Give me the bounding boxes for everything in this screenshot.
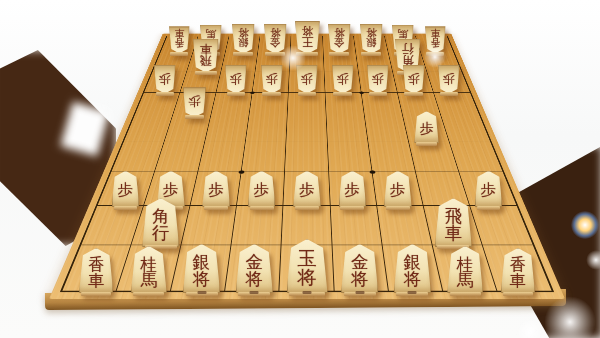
piece-face: 銀将 [183,244,220,293]
hoshi-dot [359,92,364,94]
piece-sente-P[interactable]: 歩 [384,171,412,208]
piece-base [426,52,444,56]
piece-face: 歩 [183,87,206,117]
piece-sente-P[interactable]: 歩 [475,171,503,208]
grid-cell[interactable] [246,116,288,142]
piece-face: 銀将 [232,24,255,54]
piece-base [156,92,175,96]
piece-gote-P[interactable]: 歩 [403,65,425,94]
piece-gote-R[interactable]: 飛車 [193,39,219,73]
piece-face: 歩 [293,171,321,208]
piece-base [250,206,274,210]
piece-gote-P[interactable]: 歩 [367,65,389,94]
grid-cell[interactable] [441,116,490,142]
piece-base [440,92,459,96]
grid-cell[interactable] [434,93,480,116]
piece-sente-P[interactable]: 歩 [293,171,321,208]
piece-face: 王将 [295,21,320,54]
piece-face: 歩 [475,171,503,208]
piece-face: 歩 [296,65,318,94]
piece-base [204,206,228,210]
piece-gote-P[interactable]: 歩 [296,65,318,94]
piece-sente-N[interactable]: 桂馬 [447,246,483,293]
piece-face: 金将 [236,244,273,293]
grid-cell[interactable] [164,116,211,142]
piece-gote-G[interactable]: 金将 [264,24,287,54]
piece-face: 歩 [332,65,354,94]
piece-face: 歩 [112,171,140,208]
maker-stamp [355,291,364,294]
piece-sente-S[interactable]: 銀将 [183,244,220,293]
grid-cell[interactable] [361,93,403,116]
piece-base [262,92,281,96]
grid-cell[interactable] [242,142,287,172]
piece-sente-P[interactable]: 歩 [112,171,140,208]
piece-face: 桂馬 [131,246,167,293]
maker-stamp [408,291,417,294]
grid-cell[interactable] [232,206,284,245]
piece-base [185,115,205,119]
piece-face: 桂馬 [447,246,483,293]
piece-face: 香車 [501,248,535,293]
piece-gote-L[interactable]: 香車 [425,26,446,53]
piece-base [404,92,423,96]
piece-sente-P[interactable]: 歩 [248,171,276,208]
piece-base [450,292,481,296]
maker-stamp [303,291,312,294]
grid-cell[interactable] [211,93,253,116]
maker-stamp [197,291,206,294]
piece-gote-K[interactable]: 王将 [295,21,320,54]
piece-face: 歩 [154,65,176,94]
grid-cell[interactable] [198,142,246,172]
piece-sente-G[interactable]: 金将 [236,244,273,293]
piece-face: 歩 [225,65,247,94]
piece-sente-S[interactable]: 銀将 [394,244,431,293]
piece-gote-P[interactable]: 歩 [183,87,206,117]
piece-face: 歩 [384,171,412,208]
piece-gote-P[interactable]: 歩 [261,65,283,94]
piece-face: 金将 [264,24,287,54]
grid-cell[interactable] [365,116,409,142]
piece-base [477,206,501,210]
piece-gote-P[interactable]: 歩 [154,65,176,94]
piece-base [503,292,532,296]
piece-base [114,206,138,210]
piece-face: 歩 [248,171,276,208]
piece-face: 玉将 [287,239,328,293]
piece-base [81,292,110,296]
grid-cell[interactable] [205,116,249,142]
piece-face: 香車 [425,26,446,53]
piece-sente-P[interactable]: 歩 [339,171,367,208]
piece-gote-P[interactable]: 歩 [438,65,460,94]
piece-base [133,292,164,296]
grid-cell[interactable] [325,93,364,116]
piece-sente-L[interactable]: 香車 [501,248,535,293]
piece-face: 飛車 [435,198,472,247]
grid-cell[interactable] [288,93,326,116]
piece-face: 歩 [261,65,283,94]
piece-face: 歩 [403,65,425,94]
piece-face: 金将 [328,24,351,54]
piece-sente-P[interactable]: 歩 [202,171,230,208]
piece-gote-P[interactable]: 歩 [225,65,247,94]
piece-base [361,52,380,56]
piece-base [369,92,388,96]
piece-base [416,142,437,146]
grid-cell[interactable] [327,142,372,172]
piece-base [265,52,284,56]
piece-face: 歩 [414,111,438,143]
piece-face: 飛車 [193,39,219,73]
piece-gote-S[interactable]: 銀将 [360,24,383,54]
piece-base [340,206,364,210]
piece-face: 銀将 [394,244,431,293]
piece-base [298,92,317,96]
piece-sente-G[interactable]: 金将 [341,244,378,293]
piece-sente-K[interactable]: 玉将 [287,239,328,293]
piece-face: 銀将 [360,24,383,54]
piece-base [333,92,352,96]
piece-gote-G[interactable]: 金将 [328,24,351,54]
piece-sente-N[interactable]: 桂馬 [131,246,167,293]
grid-cell[interactable] [326,116,368,142]
grid-cell[interactable] [182,206,238,245]
piece-base [296,52,317,56]
piece-base [233,52,252,56]
piece-face: 角行 [142,198,179,247]
grid-cell[interactable] [450,142,503,172]
piece-sente-R[interactable]: 飛車 [435,198,472,247]
piece-sente-L[interactable]: 香車 [79,248,113,293]
grid-cell[interactable] [330,206,382,245]
piece-gote-P[interactable]: 歩 [332,65,354,94]
piece-face: 歩 [339,171,367,208]
piece-gote-L[interactable]: 香車 [169,26,190,53]
grid-cell[interactable] [285,142,328,172]
grid-cell[interactable] [368,142,416,172]
piece-base [386,206,410,210]
piece-sente-P[interactable]: 歩 [414,111,438,143]
piece-face: 香車 [169,26,190,53]
piece-base [227,92,246,96]
hoshi-dot [369,170,375,173]
piece-base [295,206,319,210]
piece-face: 歩 [438,65,460,94]
grid-cell[interactable] [287,116,328,142]
piece-base [170,52,188,56]
piece-face: 歩 [202,171,230,208]
piece-base [195,71,217,75]
piece-base [329,52,348,56]
grid-cell[interactable] [155,142,205,172]
piece-face: 香車 [79,248,113,293]
piece-face: 金将 [341,244,378,293]
piece-face: 歩 [367,65,389,94]
piece-sente-B[interactable]: 角行 [142,198,179,247]
scene: 香車桂馬銀将金将王将金将銀将桂馬香車飛車角行歩歩歩歩歩歩歩歩歩歩歩歩歩歩歩歩歩歩… [0,0,600,338]
piece-gote-S[interactable]: 銀将 [232,24,255,54]
grid-cell[interactable] [249,93,288,116]
maker-stamp [250,291,259,294]
